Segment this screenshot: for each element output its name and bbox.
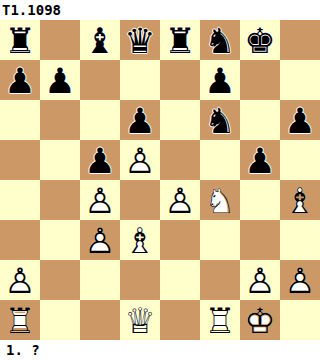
square-d5[interactable]: ♟♙	[120, 140, 160, 180]
square-f1[interactable]: ♜♖	[200, 300, 240, 340]
piece-white-queen: ♛♕	[120, 300, 160, 340]
square-g5[interactable]: ♟	[240, 140, 280, 180]
square-d4[interactable]	[120, 180, 160, 220]
square-f6[interactable]: ♞	[200, 100, 240, 140]
square-g4[interactable]	[240, 180, 280, 220]
square-a8[interactable]: ♜	[0, 20, 40, 60]
piece-black-knight: ♞	[200, 20, 240, 60]
piece-black-pawn: ♟	[0, 60, 40, 100]
square-h2[interactable]: ♟♙	[280, 260, 320, 300]
square-h5[interactable]	[280, 140, 320, 180]
piece-black-rook: ♜	[0, 20, 40, 60]
square-e2[interactable]	[160, 260, 200, 300]
square-g3[interactable]	[240, 220, 280, 260]
square-f7[interactable]: ♟	[200, 60, 240, 100]
square-f2[interactable]	[200, 260, 240, 300]
piece-white-king: ♚♔	[240, 300, 280, 340]
square-e3[interactable]	[160, 220, 200, 260]
square-f3[interactable]	[200, 220, 240, 260]
square-g7[interactable]	[240, 60, 280, 100]
square-b1[interactable]	[40, 300, 80, 340]
square-d6[interactable]: ♟	[120, 100, 160, 140]
square-c1[interactable]	[80, 300, 120, 340]
square-h8[interactable]	[280, 20, 320, 60]
square-b2[interactable]	[40, 260, 80, 300]
square-h4[interactable]: ♝♗	[280, 180, 320, 220]
square-a5[interactable]	[0, 140, 40, 180]
square-a4[interactable]	[0, 180, 40, 220]
piece-white-pawn: ♟♙	[160, 180, 200, 220]
piece-black-pawn: ♟	[80, 140, 120, 180]
piece-black-king: ♚	[240, 20, 280, 60]
piece-black-pawn: ♟	[240, 140, 280, 180]
square-c4[interactable]: ♟♙	[80, 180, 120, 220]
piece-black-pawn: ♟	[200, 60, 240, 100]
piece-white-bishop: ♝♗	[120, 220, 160, 260]
chess-board: ♜♝♛♜♞♚♟♟♟♟♞♟♟♟♙♟♟♙♟♙♞♘♝♗♟♙♝♗♟♙♟♙♟♙♜♖♛♕♜♖…	[0, 20, 320, 340]
piece-black-pawn: ♟	[280, 100, 320, 140]
square-c6[interactable]	[80, 100, 120, 140]
square-g6[interactable]	[240, 100, 280, 140]
square-h6[interactable]: ♟	[280, 100, 320, 140]
square-d7[interactable]	[120, 60, 160, 100]
piece-white-knight: ♞♘	[200, 180, 240, 220]
piece-white-pawn: ♟♙	[80, 180, 120, 220]
piece-black-rook: ♜	[160, 20, 200, 60]
square-d1[interactable]: ♛♕	[120, 300, 160, 340]
square-b7[interactable]: ♟	[40, 60, 80, 100]
square-c8[interactable]: ♝	[80, 20, 120, 60]
piece-black-pawn: ♟	[120, 100, 160, 140]
square-e4[interactable]: ♟♙	[160, 180, 200, 220]
square-b8[interactable]	[40, 20, 80, 60]
square-g8[interactable]: ♚	[240, 20, 280, 60]
square-a6[interactable]	[0, 100, 40, 140]
square-b6[interactable]	[40, 100, 80, 140]
square-f8[interactable]: ♞	[200, 20, 240, 60]
piece-white-pawn: ♟♙	[80, 220, 120, 260]
piece-black-queen: ♛	[120, 20, 160, 60]
piece-white-pawn: ♟♙	[240, 260, 280, 300]
square-d2[interactable]	[120, 260, 160, 300]
square-e6[interactable]	[160, 100, 200, 140]
square-d3[interactable]: ♝♗	[120, 220, 160, 260]
square-a7[interactable]: ♟	[0, 60, 40, 100]
piece-white-pawn: ♟♙	[280, 260, 320, 300]
square-b3[interactable]	[40, 220, 80, 260]
piece-black-bishop: ♝	[80, 20, 120, 60]
puzzle-id: T1.1098	[2, 2, 61, 18]
square-c5[interactable]: ♟	[80, 140, 120, 180]
piece-white-bishop: ♝♗	[280, 180, 320, 220]
square-g2[interactable]: ♟♙	[240, 260, 280, 300]
piece-black-pawn: ♟	[40, 60, 80, 100]
piece-white-rook: ♜♖	[200, 300, 240, 340]
piece-black-knight: ♞	[200, 100, 240, 140]
square-f5[interactable]	[200, 140, 240, 180]
square-c3[interactable]: ♟♙	[80, 220, 120, 260]
title-bar: T1.1098	[0, 0, 320, 20]
square-c7[interactable]	[80, 60, 120, 100]
bottom-bar: 1. ?	[0, 340, 320, 360]
square-g1[interactable]: ♚♔	[240, 300, 280, 340]
square-e7[interactable]	[160, 60, 200, 100]
square-e8[interactable]: ♜	[160, 20, 200, 60]
square-a1[interactable]: ♜♖	[0, 300, 40, 340]
move-prompt: 1. ?	[6, 342, 40, 358]
square-a2[interactable]: ♟♙	[0, 260, 40, 300]
square-a3[interactable]	[0, 220, 40, 260]
square-f4[interactable]: ♞♘	[200, 180, 240, 220]
piece-white-pawn: ♟♙	[120, 140, 160, 180]
square-e1[interactable]	[160, 300, 200, 340]
square-h3[interactable]	[280, 220, 320, 260]
square-b5[interactable]	[40, 140, 80, 180]
piece-white-pawn: ♟♙	[0, 260, 40, 300]
piece-white-rook: ♜♖	[0, 300, 40, 340]
square-h7[interactable]	[280, 60, 320, 100]
square-c2[interactable]	[80, 260, 120, 300]
square-e5[interactable]	[160, 140, 200, 180]
square-d8[interactable]: ♛	[120, 20, 160, 60]
square-b4[interactable]	[40, 180, 80, 220]
square-h1[interactable]	[280, 300, 320, 340]
